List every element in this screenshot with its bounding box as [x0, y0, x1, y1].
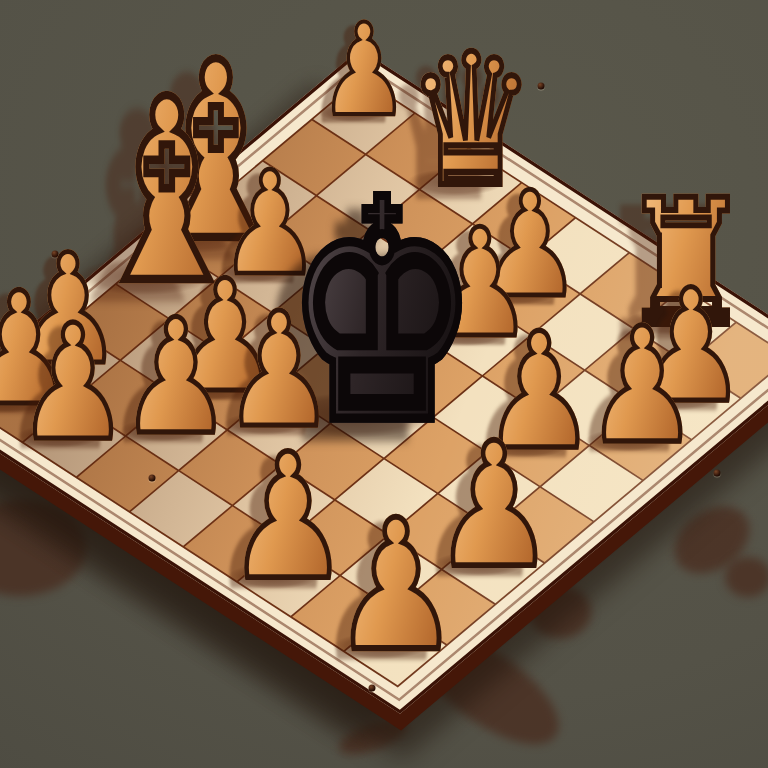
piece-white-pawn-b1[interactable]: ♟: [16, 304, 130, 463]
board-scene: ♟♛♝♟♝♟♜♟♟♟♟♟♚♟♟♟♟♟♟♟♟: [0, 0, 768, 768]
piece-white-pawn-c2[interactable]: ♟: [119, 298, 233, 456]
pieces-layer: ♟♛♝♟♝♟♜♟♟♟♟♟♚♟♟♟♟♟♟♟♟: [0, 0, 768, 768]
piece-white-pawn-h1[interactable]: ♟: [331, 496, 460, 676]
piece-white-pawn-a8[interactable]: ♟: [318, 7, 409, 134]
piece-white-pawn-h6[interactable]: ♟: [585, 307, 699, 466]
